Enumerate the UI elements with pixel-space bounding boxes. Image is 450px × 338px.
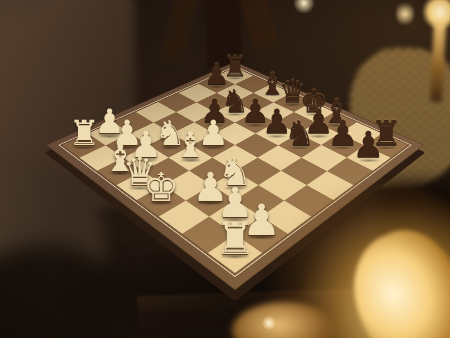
square-center-marker [285, 216, 287, 217]
square-center-marker [282, 184, 284, 185]
square-center-marker [308, 200, 310, 201]
square-center-marker [253, 84, 254, 85]
square-center-marker [195, 112, 196, 113]
light-bokeh [293, 0, 315, 14]
square-center-marker [323, 157, 324, 158]
square-center-marker [187, 184, 189, 185]
square-center-marker [177, 102, 178, 103]
square-center-marker [279, 157, 280, 158]
square-center-marker [234, 133, 235, 134]
square-center-marker [155, 112, 156, 113]
square-center-marker [101, 157, 102, 158]
piece-white-bishop-d3[interactable]: ♝ [174, 128, 206, 164]
square-center-marker [349, 170, 351, 171]
square-center-marker [208, 233, 210, 234]
chair-frame-post [160, 0, 200, 64]
square-center-marker [329, 184, 331, 185]
piece-black-pawn-h7[interactable]: ♟ [352, 128, 384, 164]
piece-white-rook-h1[interactable]: ♜ [215, 216, 255, 261]
square-center-marker [256, 145, 257, 146]
square-center-marker [303, 170, 305, 171]
light-bokeh [396, 0, 414, 28]
chair-frame-post [239, 0, 279, 50]
piece-white-king-e1[interactable]: ♚ [143, 167, 179, 207]
piece-black-knight-f6[interactable]: ♞ [284, 116, 315, 151]
light-bokeh [422, 0, 450, 30]
light-bokeh [262, 316, 276, 330]
piece-white-rook-a1[interactable]: ♜ [68, 116, 99, 151]
scene: ♜♟♝♛♞♚♟♟♝♟♟♟♜♟♞♟♞♟♜♟♝♟♝♛♞♚♟♟♟♜ [0, 0, 450, 338]
square-center-marker [183, 216, 185, 217]
square-center-marker [257, 170, 259, 171]
square-center-marker [197, 92, 198, 93]
